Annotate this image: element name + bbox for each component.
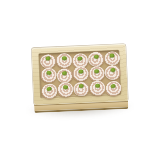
sweet-cell <box>105 80 122 95</box>
sweet-cell <box>104 65 121 80</box>
pistachio-topping <box>45 56 50 60</box>
pistachio-topping <box>61 70 67 75</box>
pistachio-topping <box>62 84 67 88</box>
pistachio-topping <box>94 83 99 87</box>
photo-background <box>0 0 160 160</box>
sweet-cell <box>89 80 106 95</box>
pistachio-topping <box>78 69 83 73</box>
sweet-roll <box>73 81 90 96</box>
sweet-roll <box>72 66 89 82</box>
sweet-roll <box>40 67 57 83</box>
sweet-cell <box>87 51 104 66</box>
pistachio-topping <box>77 55 83 60</box>
sweet-cell <box>103 51 120 66</box>
sweet-roll <box>104 79 122 96</box>
pistachio-topping <box>109 54 114 58</box>
pistachio-topping <box>46 86 52 91</box>
pistachio-topping <box>93 54 98 58</box>
sweet-roll <box>88 66 105 81</box>
sweet-cell <box>57 82 74 97</box>
box-top-face <box>32 44 128 105</box>
pistachio-topping <box>110 67 115 71</box>
pistachio-topping <box>78 84 83 88</box>
sweet-roll <box>104 64 121 80</box>
sweet-cell <box>40 68 57 83</box>
box-cavity <box>39 50 121 97</box>
pistachio-topping <box>61 55 66 59</box>
sweet-cell <box>71 52 88 67</box>
sweet-cell <box>41 83 58 98</box>
sweet-cell <box>55 53 72 68</box>
sweet-cell <box>56 67 73 82</box>
sweet-cell <box>73 81 90 96</box>
sweets-box <box>32 44 129 115</box>
sweet-cell <box>88 66 105 81</box>
pistachio-topping <box>94 69 99 73</box>
pistachio-topping <box>46 70 51 74</box>
pistachio-topping <box>110 83 116 88</box>
sweet-roll <box>88 80 105 96</box>
sweet-roll <box>40 82 58 99</box>
sweet-roll <box>56 81 73 97</box>
sweet-roll <box>55 52 72 68</box>
sweet-roll <box>39 54 56 69</box>
sweet-roll <box>87 51 104 67</box>
sweet-cell <box>39 54 56 69</box>
sweet-cell <box>72 67 89 82</box>
sweet-roll <box>103 51 120 66</box>
